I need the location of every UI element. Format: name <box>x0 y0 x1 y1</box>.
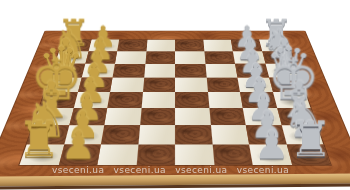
board-square[interactable] <box>208 92 243 108</box>
board-edge <box>0 173 350 189</box>
chess-board: ♜♟♟♜♞♟♟♞♝♟♟♝♛♟♟♛♚♟♟♚♝♟♟♝♞♟♟♞♜♟♟♜ <box>20 40 331 165</box>
board-frame: ♜♟♟♜♞♟♟♞♝♟♟♝♛♟♟♛♚♟♟♚♝♟♟♝♞♟♟♞♜♟♟♜ <box>0 31 350 183</box>
board-square[interactable]: ♜ <box>286 144 330 165</box>
board-square[interactable] <box>138 125 175 144</box>
board-square[interactable] <box>113 64 145 78</box>
board-square[interactable] <box>101 125 140 144</box>
board-square[interactable] <box>175 92 209 108</box>
board-square[interactable] <box>175 77 208 92</box>
chess-board-3d: ♜♟♟♜♞♟♟♞♝♟♟♝♛♟♟♛♚♟♟♚♝♟♟♝♞♟♟♞♜♟♟♜ <box>0 31 350 183</box>
board-square[interactable] <box>175 125 212 144</box>
board-square[interactable]: ♟ <box>58 144 101 165</box>
board-square[interactable] <box>209 108 246 125</box>
board-square[interactable] <box>210 125 249 144</box>
board-square[interactable] <box>175 144 214 165</box>
board-square[interactable] <box>97 144 138 165</box>
piece-silver-rook[interactable]: ♜ <box>289 117 333 163</box>
board-square[interactable] <box>205 64 237 78</box>
board-square[interactable] <box>141 92 175 108</box>
board-square[interactable] <box>175 64 206 78</box>
board-square[interactable] <box>175 108 210 125</box>
board-square[interactable] <box>203 40 233 52</box>
board-square[interactable] <box>107 92 142 108</box>
board-square[interactable]: ♟ <box>249 144 292 165</box>
board-square[interactable] <box>204 51 235 64</box>
board-square[interactable] <box>175 51 205 64</box>
board-square[interactable] <box>145 51 175 64</box>
board-square[interactable] <box>212 144 253 165</box>
board-square[interactable] <box>206 77 240 92</box>
board-square[interactable] <box>144 64 175 78</box>
board-square[interactable] <box>175 40 204 52</box>
piece-gold-pawn[interactable]: ♟ <box>60 126 95 163</box>
board-square[interactable] <box>146 40 175 52</box>
board-square[interactable]: ♜ <box>20 144 64 165</box>
board-square[interactable] <box>104 108 141 125</box>
board-square[interactable] <box>143 77 176 92</box>
board-square[interactable] <box>115 51 146 64</box>
board-square[interactable] <box>140 108 175 125</box>
board-square[interactable] <box>110 77 144 92</box>
product-photo: ♜♟♟♜♞♟♟♞♝♟♟♝♛♟♟♛♚♟♟♚♝♟♟♝♞♟♟♞♜♟♟♜ vseceni… <box>0 0 350 190</box>
watermark: vseceni.ua vseceni.ua vseceni.ua vseceni… <box>52 165 289 175</box>
piece-gold-rook[interactable]: ♜ <box>17 117 61 163</box>
piece-silver-pawn[interactable]: ♟ <box>254 126 289 163</box>
board-square[interactable] <box>136 144 175 165</box>
board-square[interactable] <box>117 40 147 52</box>
